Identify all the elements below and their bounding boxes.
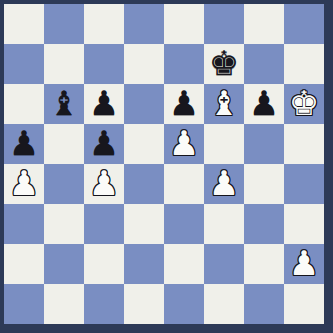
square-h3[interactable] [284,204,324,244]
square-a4[interactable]: ♟ [4,164,44,204]
white-pawn-c4[interactable]: ♟ [89,163,119,203]
black-pawn-g6[interactable]: ♟ [249,83,279,123]
square-e6[interactable]: ♟ [164,84,204,124]
square-b8[interactable] [44,4,84,44]
square-b5[interactable] [44,124,84,164]
square-g4[interactable] [244,164,284,204]
square-d2[interactable] [124,244,164,284]
square-b1[interactable] [44,284,84,324]
square-c1[interactable] [84,284,124,324]
square-a7[interactable] [4,44,44,84]
square-e5[interactable]: ♟ [164,124,204,164]
black-pawn-a5[interactable]: ♟ [9,123,39,163]
square-h2[interactable]: ♟ [284,244,324,284]
white-bishop-f6[interactable]: ♝ [209,83,239,123]
white-pawn-h2[interactable]: ♟ [289,243,319,283]
square-e3[interactable] [164,204,204,244]
square-h7[interactable] [284,44,324,84]
square-g7[interactable] [244,44,284,84]
square-b2[interactable] [44,244,84,284]
square-c6[interactable]: ♟ [84,84,124,124]
white-pawn-f4[interactable]: ♟ [209,163,239,203]
square-e1[interactable] [164,284,204,324]
square-f6[interactable]: ♝ [204,84,244,124]
square-d3[interactable] [124,204,164,244]
square-a5[interactable]: ♟ [4,124,44,164]
black-bishop-b6[interactable]: ♝ [49,83,79,123]
square-c3[interactable] [84,204,124,244]
square-g2[interactable] [244,244,284,284]
square-d8[interactable] [124,4,164,44]
square-h8[interactable] [284,4,324,44]
square-e8[interactable] [164,4,204,44]
square-d7[interactable] [124,44,164,84]
square-f1[interactable] [204,284,244,324]
chess-board: ♚♝♟♟♝♟♚♟♟♟♟♟♟♟ [4,4,324,324]
square-f8[interactable] [204,4,244,44]
white-pawn-e5[interactable]: ♟ [169,123,199,163]
square-g8[interactable] [244,4,284,44]
square-h6[interactable]: ♚ [284,84,324,124]
square-d4[interactable] [124,164,164,204]
square-b3[interactable] [44,204,84,244]
square-h5[interactable] [284,124,324,164]
square-g3[interactable] [244,204,284,244]
black-pawn-c5[interactable]: ♟ [89,123,119,163]
square-e7[interactable] [164,44,204,84]
square-a2[interactable] [4,244,44,284]
square-f2[interactable] [204,244,244,284]
square-a1[interactable] [4,284,44,324]
square-g1[interactable] [244,284,284,324]
square-d6[interactable] [124,84,164,124]
square-e4[interactable] [164,164,204,204]
square-f5[interactable] [204,124,244,164]
square-a3[interactable] [4,204,44,244]
square-b7[interactable] [44,44,84,84]
square-c7[interactable] [84,44,124,84]
black-pawn-c6[interactable]: ♟ [89,83,119,123]
square-c5[interactable]: ♟ [84,124,124,164]
square-c2[interactable] [84,244,124,284]
square-c8[interactable] [84,4,124,44]
square-b6[interactable]: ♝ [44,84,84,124]
black-king-f7[interactable]: ♚ [209,43,239,83]
square-a8[interactable] [4,4,44,44]
square-h4[interactable] [284,164,324,204]
square-h1[interactable] [284,284,324,324]
square-d5[interactable] [124,124,164,164]
square-e2[interactable] [164,244,204,284]
square-f7[interactable]: ♚ [204,44,244,84]
black-pawn-e6[interactable]: ♟ [169,83,199,123]
square-f4[interactable]: ♟ [204,164,244,204]
white-pawn-a4[interactable]: ♟ [9,163,39,203]
square-c4[interactable]: ♟ [84,164,124,204]
square-g6[interactable]: ♟ [244,84,284,124]
square-f3[interactable] [204,204,244,244]
square-b4[interactable] [44,164,84,204]
white-king-h6[interactable]: ♚ [289,83,319,123]
square-g5[interactable] [244,124,284,164]
square-d1[interactable] [124,284,164,324]
square-a6[interactable] [4,84,44,124]
